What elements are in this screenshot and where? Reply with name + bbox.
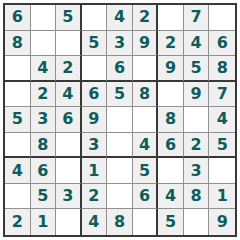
cell-r7c1[interactable]: 4 <box>5 158 31 184</box>
cell-r2c9[interactable]: 6 <box>209 31 235 57</box>
cell-r7c8[interactable]: 3 <box>184 158 210 184</box>
cell-r6c5[interactable] <box>107 133 133 159</box>
cell-r3c6[interactable] <box>133 56 159 82</box>
cell-r3c2[interactable]: 4 <box>31 56 57 82</box>
cell-r2c1[interactable]: 8 <box>5 31 31 57</box>
cell-r4c6[interactable]: 8 <box>133 82 159 108</box>
cell-r1c9[interactable] <box>209 5 235 31</box>
cell-r8c9[interactable]: 1 <box>209 184 235 210</box>
cell-r6c4[interactable]: 3 <box>82 133 108 159</box>
cell-r1c1[interactable]: 6 <box>5 5 31 31</box>
cell-r2c3[interactable] <box>56 31 82 57</box>
cell-r7c9[interactable] <box>209 158 235 184</box>
cell-r5c3[interactable]: 6 <box>56 107 82 133</box>
cell-r7c7[interactable] <box>158 158 184 184</box>
cell-r2c5[interactable]: 3 <box>107 31 133 57</box>
cell-r8c2[interactable]: 5 <box>31 184 57 210</box>
cell-r9c7[interactable]: 5 <box>158 209 184 235</box>
sudoku-page: 6542785392464269582465897536984834625461… <box>0 0 240 240</box>
cell-r8c8[interactable]: 8 <box>184 184 210 210</box>
cell-r1c2[interactable] <box>31 5 57 31</box>
cell-r6c8[interactable]: 2 <box>184 133 210 159</box>
cell-r5c9[interactable]: 4 <box>209 107 235 133</box>
cell-r4c5[interactable]: 5 <box>107 82 133 108</box>
cell-r5c7[interactable]: 8 <box>158 107 184 133</box>
cell-r5c4[interactable]: 9 <box>82 107 108 133</box>
cell-r3c9[interactable]: 8 <box>209 56 235 82</box>
cell-r4c9[interactable]: 7 <box>209 82 235 108</box>
cell-r8c3[interactable]: 3 <box>56 184 82 210</box>
cell-r3c3[interactable]: 2 <box>56 56 82 82</box>
cell-r1c7[interactable] <box>158 5 184 31</box>
cell-r7c2[interactable]: 6 <box>31 158 57 184</box>
cell-r1c3[interactable]: 5 <box>56 5 82 31</box>
cell-r1c6[interactable]: 2 <box>133 5 159 31</box>
cell-r1c8[interactable]: 7 <box>184 5 210 31</box>
cell-r3c7[interactable]: 9 <box>158 56 184 82</box>
cell-r7c6[interactable]: 5 <box>133 158 159 184</box>
cell-r6c9[interactable]: 5 <box>209 133 235 159</box>
cell-r3c8[interactable]: 5 <box>184 56 210 82</box>
cell-r9c5[interactable]: 8 <box>107 209 133 235</box>
cell-r1c5[interactable]: 4 <box>107 5 133 31</box>
cell-r6c1[interactable] <box>5 133 31 159</box>
cell-r1c4[interactable] <box>82 5 108 31</box>
cell-r5c1[interactable]: 5 <box>5 107 31 133</box>
cell-r2c7[interactable]: 2 <box>158 31 184 57</box>
cell-r2c2[interactable] <box>31 31 57 57</box>
cell-r6c7[interactable]: 6 <box>158 133 184 159</box>
cell-r9c4[interactable]: 4 <box>82 209 108 235</box>
cell-r9c1[interactable]: 2 <box>5 209 31 235</box>
cell-r2c6[interactable]: 9 <box>133 31 159 57</box>
cell-r6c2[interactable]: 8 <box>31 133 57 159</box>
cell-r9c6[interactable] <box>133 209 159 235</box>
cell-r8c6[interactable]: 6 <box>133 184 159 210</box>
cell-r4c4[interactable]: 6 <box>82 82 108 108</box>
cell-r7c5[interactable] <box>107 158 133 184</box>
cell-r3c1[interactable] <box>5 56 31 82</box>
cell-r5c2[interactable]: 3 <box>31 107 57 133</box>
cell-r9c3[interactable] <box>56 209 82 235</box>
cell-r8c1[interactable] <box>5 184 31 210</box>
cell-r5c5[interactable] <box>107 107 133 133</box>
cell-r9c2[interactable]: 1 <box>31 209 57 235</box>
cell-r4c8[interactable]: 9 <box>184 82 210 108</box>
cell-r2c8[interactable]: 4 <box>184 31 210 57</box>
cell-r7c4[interactable]: 1 <box>82 158 108 184</box>
cell-r4c2[interactable]: 2 <box>31 82 57 108</box>
cell-r6c6[interactable]: 4 <box>133 133 159 159</box>
cell-r7c3[interactable] <box>56 158 82 184</box>
cell-r4c3[interactable]: 4 <box>56 82 82 108</box>
sudoku-board: 6542785392464269582465897536984834625461… <box>3 3 237 237</box>
cell-r8c5[interactable] <box>107 184 133 210</box>
cell-r3c4[interactable] <box>82 56 108 82</box>
cell-r5c8[interactable] <box>184 107 210 133</box>
cell-r8c7[interactable]: 4 <box>158 184 184 210</box>
cell-r2c4[interactable]: 5 <box>82 31 108 57</box>
cell-r5c6[interactable] <box>133 107 159 133</box>
cell-r4c7[interactable] <box>158 82 184 108</box>
cell-r9c8[interactable] <box>184 209 210 235</box>
cell-r3c5[interactable]: 6 <box>107 56 133 82</box>
cell-r8c4[interactable]: 2 <box>82 184 108 210</box>
cell-r4c1[interactable] <box>5 82 31 108</box>
cell-r6c3[interactable] <box>56 133 82 159</box>
cell-r9c9[interactable]: 9 <box>209 209 235 235</box>
